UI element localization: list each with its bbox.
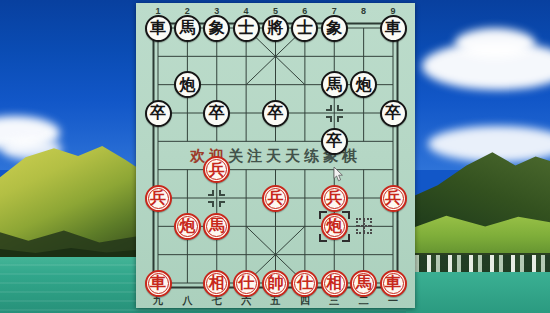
piece-black-r2c7[interactable]: 馬 bbox=[321, 71, 348, 98]
piece-red-r9c6[interactable]: 仕 bbox=[291, 270, 318, 297]
piece-black-r0c6[interactable]: 士 bbox=[291, 15, 318, 42]
piece-black-r3c1[interactable]: 卒 bbox=[145, 100, 172, 127]
piece-black-r0c7[interactable]: 象 bbox=[321, 15, 348, 42]
river-text: 欢迎关注天天练象棋 bbox=[136, 147, 415, 166]
piece-black-r2c2[interactable]: 炮 bbox=[174, 71, 201, 98]
point-cross-marker bbox=[208, 190, 225, 207]
piece-black-r0c3[interactable]: 象 bbox=[203, 15, 230, 42]
piece-red-r7c3[interactable]: 馬 bbox=[203, 213, 230, 240]
piece-red-r9c3[interactable]: 相 bbox=[203, 270, 230, 297]
piece-red-r6c7[interactable]: 兵 bbox=[321, 185, 348, 212]
xiangqi-board[interactable]: 123456789 九八七六五四三二一 欢迎关注天天练象棋 車馬象士將士象車炮馬… bbox=[136, 3, 415, 308]
piece-red-r9c1[interactable]: 車 bbox=[145, 270, 172, 297]
piece-black-r4c7[interactable]: 卒 bbox=[321, 128, 348, 155]
mouse-cursor bbox=[333, 167, 344, 186]
file-number-bottom: 八 bbox=[180, 294, 194, 308]
piece-red-r6c9[interactable]: 兵 bbox=[380, 185, 407, 212]
shoreline-buildings-right bbox=[406, 253, 550, 272]
sea-water-right bbox=[406, 272, 550, 313]
piece-red-r9c5[interactable]: 帥 bbox=[262, 270, 289, 297]
piece-red-r6c5[interactable]: 兵 bbox=[262, 185, 289, 212]
piece-red-r9c4[interactable]: 仕 bbox=[233, 270, 260, 297]
piece-black-r0c9[interactable]: 車 bbox=[380, 15, 407, 42]
piece-black-r3c5[interactable]: 卒 bbox=[262, 100, 289, 127]
piece-red-r9c9[interactable]: 車 bbox=[380, 270, 407, 297]
point-cross-marker bbox=[326, 105, 343, 122]
piece-black-r0c1[interactable]: 車 bbox=[145, 15, 172, 42]
file-number-top: 8 bbox=[357, 6, 371, 16]
piece-black-r0c2[interactable]: 馬 bbox=[174, 15, 201, 42]
last-move-origin-marker bbox=[356, 218, 372, 234]
piece-red-r9c7[interactable]: 相 bbox=[321, 270, 348, 297]
last-move-destination-bracket bbox=[319, 211, 350, 242]
piece-red-r9c8[interactable]: 馬 bbox=[350, 270, 377, 297]
piece-black-r3c9[interactable]: 卒 bbox=[380, 100, 407, 127]
cloud bbox=[455, 28, 535, 58]
piece-red-r7c2[interactable]: 炮 bbox=[174, 213, 201, 240]
piece-black-r0c4[interactable]: 士 bbox=[233, 15, 260, 42]
piece-red-r6c1[interactable]: 兵 bbox=[145, 185, 172, 212]
screenshot-root: 123456789 九八七六五四三二一 欢迎关注天天练象棋 車馬象士將士象車炮馬… bbox=[0, 0, 550, 313]
piece-black-r3c3[interactable]: 卒 bbox=[203, 100, 230, 127]
piece-black-r0c5[interactable]: 將 bbox=[262, 15, 289, 42]
